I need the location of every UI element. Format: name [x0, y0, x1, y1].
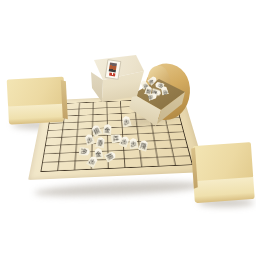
lid-maker-label: [105, 59, 122, 80]
komadai-right: [191, 142, 256, 208]
komadai-right-front-face: [193, 177, 254, 203]
piece-kanji: 歩: [161, 88, 167, 95]
label-artwork: [109, 62, 117, 72]
komadai-left: [7, 76, 70, 131]
komadai-left-front-face: [8, 104, 64, 125]
komadai-left-side-face: [61, 80, 68, 119]
komadai-left-top-face: [7, 77, 65, 108]
piece-box-lid: [87, 50, 149, 106]
product-photo-stage: 歩金歩銀香歩歩 歩銀金歩香桂歩歩飛角金歩銀: [0, 0, 256, 256]
label-seal-marks: [109, 72, 115, 76]
komadai-right-top-face: [193, 142, 253, 182]
